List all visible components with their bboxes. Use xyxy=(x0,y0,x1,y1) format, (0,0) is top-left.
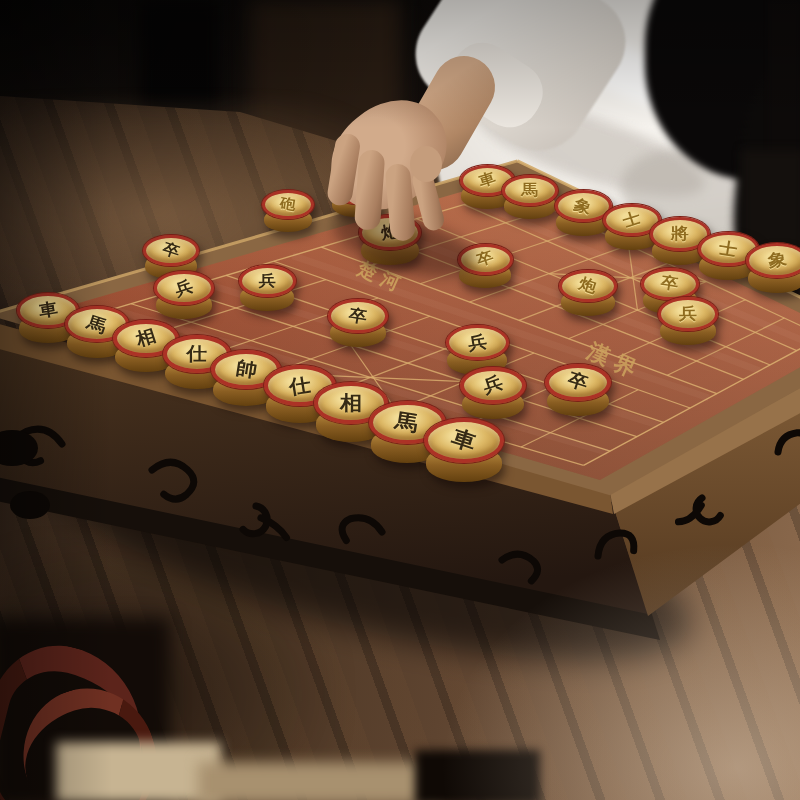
floor-patch xyxy=(56,742,221,800)
chair-and-floor xyxy=(0,0,800,800)
floor-patch xyxy=(198,762,443,800)
scene-xiangqi-photo: 楚河 漢界 車卒馬砲象士炮將士卒卒象兵卒炮兵車兵卒馬相兵仕帥卒兵仕相馬車 xyxy=(0,0,800,800)
chair-leg-shadow xyxy=(415,750,540,800)
